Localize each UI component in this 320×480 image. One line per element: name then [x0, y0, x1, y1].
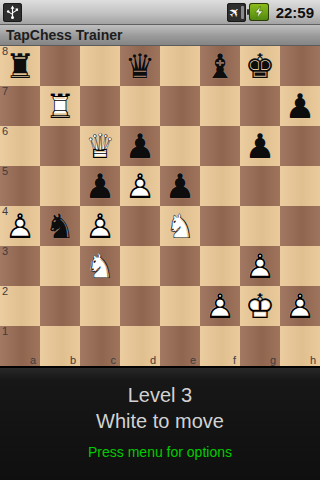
square-a4[interactable]: 4♟♙ [0, 206, 40, 246]
square-g7[interactable] [240, 86, 280, 126]
file-label-b: b [70, 355, 76, 366]
white-pawn: ♟♙ [280, 286, 320, 326]
turn-text: White to move [0, 408, 320, 434]
black-pawn: ♟ [280, 86, 320, 126]
rank-label-6: 6 [2, 126, 8, 137]
piece-outline: ♙ [200, 286, 240, 326]
square-c8[interactable] [80, 46, 120, 86]
square-h7[interactable]: ♟ [280, 86, 320, 126]
white-knight: ♞♘ [80, 246, 120, 286]
usb-icon [3, 3, 22, 22]
square-e8[interactable] [160, 46, 200, 86]
black-queen: ♛ [120, 46, 160, 86]
square-f8[interactable]: ♝ [200, 46, 240, 86]
white-pawn: ♟♙ [80, 206, 120, 246]
black-pawn: ♟ [120, 126, 160, 166]
white-knight: ♞♘ [160, 206, 200, 246]
square-a6[interactable]: 6 [0, 126, 40, 166]
square-a7[interactable]: 7 [0, 86, 40, 126]
square-b7[interactable]: ♜♖ [40, 86, 80, 126]
piece-glyph: ♞ [40, 206, 80, 246]
white-pawn: ♟♙ [0, 206, 40, 246]
square-b6[interactable] [40, 126, 80, 166]
status-panel: Level 3 White to move Press menu for opt… [0, 366, 320, 480]
menu-hint-text: Press menu for options [0, 444, 320, 460]
square-c2[interactable] [80, 286, 120, 326]
square-e4[interactable]: ♞♘ [160, 206, 200, 246]
black-rook: ♜ [0, 46, 40, 86]
piece-outline: ♙ [120, 166, 160, 206]
white-pawn: ♟♙ [240, 246, 280, 286]
square-c1[interactable]: c [80, 326, 120, 366]
piece-glyph: ♝ [200, 46, 240, 86]
square-c5[interactable]: ♟ [80, 166, 120, 206]
square-f5[interactable] [200, 166, 240, 206]
square-e5[interactable]: ♟ [160, 166, 200, 206]
square-h1[interactable]: h [280, 326, 320, 366]
square-f4[interactable] [200, 206, 240, 246]
square-d3[interactable] [120, 246, 160, 286]
square-c7[interactable] [80, 86, 120, 126]
piece-outline: ♙ [80, 206, 120, 246]
black-knight: ♞ [40, 206, 80, 246]
black-pawn: ♟ [240, 126, 280, 166]
square-h8[interactable] [280, 46, 320, 86]
airplane-mode-icon: ✈ [227, 3, 246, 22]
status-clock: 22:59 [276, 4, 314, 21]
square-d2[interactable] [120, 286, 160, 326]
piece-glyph: ♟ [80, 166, 120, 206]
piece-outline: ♕ [80, 126, 120, 166]
square-c3[interactable]: ♞♘ [80, 246, 120, 286]
square-b3[interactable] [40, 246, 80, 286]
square-f2[interactable]: ♟♙ [200, 286, 240, 326]
square-a3[interactable]: 3 [0, 246, 40, 286]
square-d4[interactable] [120, 206, 160, 246]
piece-glyph: ♚ [240, 46, 280, 86]
square-g4[interactable] [240, 206, 280, 246]
square-f1[interactable]: f [200, 326, 240, 366]
square-b8[interactable] [40, 46, 80, 86]
square-e1[interactable]: e [160, 326, 200, 366]
piece-glyph: ♟ [280, 86, 320, 126]
square-d6[interactable]: ♟ [120, 126, 160, 166]
battery-charging-icon [249, 3, 269, 21]
lightning-bolt-icon [252, 5, 266, 19]
black-pawn: ♟ [160, 166, 200, 206]
piece-glyph: ♟ [240, 126, 280, 166]
piece-outline: ♙ [0, 206, 40, 246]
square-b1[interactable]: b [40, 326, 80, 366]
level-text: Level 3 [0, 382, 320, 408]
file-label-e: e [190, 355, 196, 366]
piece-outline: ♖ [40, 86, 80, 126]
file-label-c: c [111, 355, 117, 366]
piece-glyph: ♟ [160, 166, 200, 206]
file-label-a: a [30, 355, 36, 366]
square-g2[interactable]: ♚♔ [240, 286, 280, 326]
square-g1[interactable]: g [240, 326, 280, 366]
square-d7[interactable] [120, 86, 160, 126]
piece-glyph: ♟ [120, 126, 160, 166]
white-pawn: ♟♙ [120, 166, 160, 206]
square-b5[interactable] [40, 166, 80, 206]
screen: ✈ 22:59 TapChess Trainer 8♜♛♝♚7♜♖♟6♛♕♟♟5… [0, 0, 320, 480]
title-bar: TapChess Trainer [0, 25, 320, 46]
square-b2[interactable] [40, 286, 80, 326]
square-g6[interactable]: ♟ [240, 126, 280, 166]
square-a1[interactable]: 1a [0, 326, 40, 366]
file-label-h: h [310, 355, 316, 366]
square-e3[interactable] [160, 246, 200, 286]
square-d5[interactable]: ♟♙ [120, 166, 160, 206]
white-rook: ♜♖ [40, 86, 80, 126]
white-king: ♚♔ [240, 286, 280, 326]
square-c4[interactable]: ♟♙ [80, 206, 120, 246]
piece-glyph: ♛ [120, 46, 160, 86]
black-pawn: ♟ [80, 166, 120, 206]
usb-icon-glyph [5, 5, 20, 20]
status-bar-right: ✈ 22:59 [227, 3, 317, 22]
piece-outline: ♙ [280, 286, 320, 326]
rank-label-1: 1 [2, 326, 8, 337]
app-title: TapChess Trainer [6, 27, 122, 43]
square-h2[interactable]: ♟♙ [280, 286, 320, 326]
black-king: ♚ [240, 46, 280, 86]
black-bishop: ♝ [200, 46, 240, 86]
square-d8[interactable]: ♛ [120, 46, 160, 86]
square-g5[interactable] [240, 166, 280, 206]
piece-outline: ♘ [80, 246, 120, 286]
rank-label-3: 3 [2, 246, 8, 257]
rank-label-7: 7 [2, 86, 8, 97]
square-a8[interactable]: 8♜ [0, 46, 40, 86]
square-a2[interactable]: 2 [0, 286, 40, 326]
piece-glyph: ♜ [0, 46, 40, 86]
status-bar: ✈ 22:59 [0, 0, 320, 25]
white-pawn: ♟♙ [200, 286, 240, 326]
square-g8[interactable]: ♚ [240, 46, 280, 86]
file-label-d: d [150, 355, 156, 366]
square-f6[interactable] [200, 126, 240, 166]
rank-label-2: 2 [2, 286, 8, 297]
file-label-g: g [270, 355, 276, 366]
square-f7[interactable] [200, 86, 240, 126]
square-g3[interactable]: ♟♙ [240, 246, 280, 286]
white-queen: ♛♕ [80, 126, 120, 166]
square-h3[interactable] [280, 246, 320, 286]
piece-outline: ♔ [240, 286, 280, 326]
piece-outline: ♘ [160, 206, 200, 246]
square-e7[interactable] [160, 86, 200, 126]
square-c6[interactable]: ♛♕ [80, 126, 120, 166]
rank-label-5: 5 [2, 166, 8, 177]
square-b4[interactable]: ♞ [40, 206, 80, 246]
square-a5[interactable]: 5 [0, 166, 40, 206]
square-e2[interactable] [160, 286, 200, 326]
square-h6[interactable] [280, 126, 320, 166]
square-e6[interactable] [160, 126, 200, 166]
square-h5[interactable] [280, 166, 320, 206]
square-d1[interactable]: d [120, 326, 160, 366]
square-f3[interactable] [200, 246, 240, 286]
file-label-f: f [233, 355, 236, 366]
chess-board: 8♜♛♝♚7♜♖♟6♛♕♟♟5♟♟♙♟4♟♙♞♟♙♞♘3♞♘♟♙2♟♙♚♔♟♙1… [0, 46, 320, 366]
piece-outline: ♙ [240, 246, 280, 286]
signal-bar [241, 6, 244, 19]
square-h4[interactable] [280, 206, 320, 246]
